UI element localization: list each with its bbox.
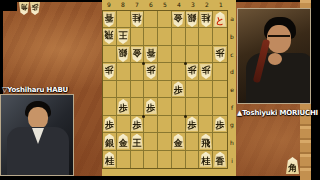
square-1d[interactable] — [213, 63, 227, 80]
square-8d[interactable] — [117, 63, 131, 80]
black-hand-tray: 角 — [286, 157, 299, 174]
square-1c[interactable]: 歩 — [213, 46, 227, 63]
square-4c[interactable] — [172, 46, 186, 63]
piece-white-角: 角 — [19, 2, 29, 15]
square-5i[interactable] — [158, 151, 172, 168]
square-3d[interactable]: 歩 — [186, 63, 200, 80]
square-1e[interactable] — [213, 81, 227, 98]
square-8a[interactable] — [117, 11, 131, 28]
piece-black-飛: 飛 — [200, 134, 212, 149]
square-6d[interactable]: 歩 — [144, 63, 158, 80]
square-8f[interactable]: 歩 — [117, 98, 131, 115]
piece-white-歩: 歩 — [200, 64, 212, 79]
piece-black-歩: 歩 — [186, 116, 198, 131]
square-9i[interactable]: 桂 — [103, 151, 117, 168]
broadcast-frame: 角歩 987654321 abcdefghi 香桂金銀桂と飛王銀金香歩歩歩歩歩歩… — [0, 0, 320, 180]
rank-label-e: e — [228, 81, 236, 99]
rank-label-g: g — [228, 116, 236, 134]
rank-label-h: h — [228, 134, 236, 152]
square-5h[interactable] — [158, 133, 172, 150]
square-5a[interactable] — [158, 11, 172, 28]
piece-white-飛: 飛 — [103, 29, 115, 44]
habu-face — [28, 107, 48, 129]
board-grid: 香桂金銀桂と飛王銀金香歩歩歩歩歩歩歩歩歩歩歩歩銀金王金飛桂桂香 — [102, 10, 228, 169]
white-hand-tray: 角歩 — [19, 2, 40, 15]
square-2a[interactable]: 桂 — [199, 11, 213, 28]
piece-black-歩: 歩 — [117, 99, 129, 114]
square-2e[interactable] — [199, 81, 213, 98]
frame-edge-bottom — [0, 176, 320, 180]
square-5c[interactable] — [158, 46, 172, 63]
rank-label-b: b — [228, 28, 236, 46]
piece-black-歩: 歩 — [145, 99, 157, 114]
piece-white-歩: 歩 — [214, 47, 226, 62]
square-8b[interactable]: 王 — [117, 28, 131, 45]
square-8g[interactable] — [117, 116, 131, 133]
square-9g[interactable]: 歩 — [103, 116, 117, 133]
hoshi-dot — [184, 62, 187, 65]
square-9e[interactable] — [103, 81, 117, 98]
rank-coordinates: abcdefghi — [228, 10, 236, 169]
square-5g[interactable] — [158, 116, 172, 133]
piece-white-銀: 銀 — [186, 12, 198, 27]
square-9d[interactable]: 歩 — [103, 63, 117, 80]
square-2f[interactable] — [199, 98, 213, 115]
file-label-4: 4 — [172, 0, 186, 10]
square-1h[interactable] — [213, 133, 227, 150]
piece-black-角: 角 — [286, 157, 299, 174]
piece-white-歩: 歩 — [145, 64, 157, 79]
square-1g[interactable]: 歩 — [213, 116, 227, 133]
square-4i[interactable] — [172, 151, 186, 168]
piece-white-金: 金 — [172, 12, 184, 27]
piece-white-王: 王 — [117, 29, 129, 44]
square-3i[interactable] — [186, 151, 200, 168]
square-3g[interactable]: 歩 — [186, 116, 200, 133]
square-7e[interactable] — [131, 81, 145, 98]
square-7f[interactable] — [131, 98, 145, 115]
square-2c[interactable] — [199, 46, 213, 63]
square-2h[interactable]: 飛 — [199, 133, 213, 150]
square-1i[interactable]: 香 — [213, 151, 227, 168]
piece-white-香: 香 — [103, 12, 115, 27]
square-6e[interactable] — [144, 81, 158, 98]
square-6c[interactable]: 香 — [144, 46, 158, 63]
square-8c[interactable]: 銀 — [117, 46, 131, 63]
piece-black-銀: 銀 — [103, 134, 115, 149]
piece-black-歩: 歩 — [131, 116, 143, 131]
file-coordinates: 987654321 — [102, 0, 228, 10]
frame-corner-topleft — [0, 0, 17, 11]
file-label-1: 1 — [214, 0, 228, 10]
square-7a[interactable]: 桂 — [131, 11, 145, 28]
piece-white-歩: 歩 — [103, 64, 115, 79]
square-8i[interactable] — [117, 151, 131, 168]
square-3a[interactable]: 銀 — [186, 11, 200, 28]
piece-white-銀: 銀 — [117, 47, 129, 62]
square-7c[interactable]: 金 — [131, 46, 145, 63]
square-1f[interactable] — [213, 98, 227, 115]
square-6h[interactable] — [144, 133, 158, 150]
square-4e[interactable]: 歩 — [172, 81, 186, 98]
hoshi-dot — [184, 115, 187, 118]
rank-label-c: c — [228, 45, 236, 63]
square-8h[interactable]: 金 — [117, 133, 131, 150]
right-player-name: ▲Toshiyuki MORIUCHI — [237, 109, 318, 117]
square-1b[interactable] — [213, 28, 227, 45]
shogi-board: 987654321 abcdefghi 香桂金銀桂と飛王銀金香歩歩歩歩歩歩歩歩歩… — [102, 0, 236, 176]
file-label-8: 8 — [116, 0, 130, 10]
square-3f[interactable] — [186, 98, 200, 115]
square-2d[interactable]: 歩 — [199, 63, 213, 80]
hoshi-dot — [142, 115, 145, 118]
piece-black-歩: 歩 — [172, 81, 184, 96]
habu-photo — [0, 94, 74, 176]
piece-white-桂: 桂 — [200, 12, 212, 27]
rank-label-i: i — [228, 151, 236, 169]
square-3c[interactable] — [186, 46, 200, 63]
square-9c[interactable] — [103, 46, 117, 63]
square-4h[interactable]: 金 — [172, 133, 186, 150]
piece-black-歩: 歩 — [214, 116, 226, 131]
square-2g[interactable] — [199, 116, 213, 133]
piece-black-金: 金 — [117, 134, 129, 149]
square-9b[interactable]: 飛 — [103, 28, 117, 45]
file-label-9: 9 — [102, 0, 116, 10]
square-4a[interactable]: 金 — [172, 11, 186, 28]
piece-white-金: 金 — [131, 47, 143, 62]
square-6a[interactable] — [144, 11, 158, 28]
file-label-5: 5 — [158, 0, 172, 10]
rank-label-d: d — [228, 63, 236, 81]
square-4g[interactable] — [172, 116, 186, 133]
square-7g[interactable]: 歩 — [131, 116, 145, 133]
piece-white-桂: 桂 — [131, 12, 143, 27]
square-5b[interactable] — [158, 28, 172, 45]
square-7i[interactable] — [131, 151, 145, 168]
file-label-3: 3 — [186, 0, 200, 10]
square-7b[interactable] — [131, 28, 145, 45]
square-4d[interactable] — [172, 63, 186, 80]
square-6i[interactable] — [144, 151, 158, 168]
square-2b[interactable] — [199, 28, 213, 45]
piece-white-歩: 歩 — [30, 2, 40, 15]
frame-edge-right — [311, 0, 320, 180]
square-6g[interactable] — [144, 116, 158, 133]
square-4f[interactable] — [172, 98, 186, 115]
left-player-name: ▽Yoshiharu HABU — [2, 86, 68, 94]
square-3h[interactable] — [186, 133, 200, 150]
square-6b[interactable] — [144, 28, 158, 45]
piece-black-桂: 桂 — [200, 152, 212, 167]
moriuchi-glasses-icon — [268, 35, 290, 41]
square-9h[interactable]: 銀 — [103, 133, 117, 150]
square-8e[interactable] — [117, 81, 131, 98]
square-1a[interactable]: と — [213, 11, 227, 28]
square-9a[interactable]: 香 — [103, 11, 117, 28]
piece-white-歩: 歩 — [186, 64, 198, 79]
square-3e[interactable] — [186, 81, 200, 98]
square-7d[interactable] — [131, 63, 145, 80]
rank-label-a: a — [228, 10, 236, 28]
piece-black-桂: 桂 — [103, 152, 115, 167]
square-5d[interactable] — [158, 63, 172, 80]
square-9f[interactable] — [103, 98, 117, 115]
piece-black-金: 金 — [172, 134, 184, 149]
hoshi-dot — [142, 62, 145, 65]
piece-black-王: 王 — [131, 134, 143, 149]
square-3b[interactable] — [186, 28, 200, 45]
file-label-2: 2 — [200, 0, 214, 10]
piece-black-と: と — [214, 12, 226, 27]
moriuchi-photo — [237, 8, 311, 104]
file-label-6: 6 — [144, 0, 158, 10]
piece-black-歩: 歩 — [103, 116, 115, 131]
rank-label-f: f — [228, 98, 236, 116]
piece-black-香: 香 — [214, 152, 226, 167]
square-5e[interactable] — [158, 81, 172, 98]
square-6f[interactable]: 歩 — [144, 98, 158, 115]
square-7h[interactable]: 王 — [131, 133, 145, 150]
square-2i[interactable]: 桂 — [199, 151, 213, 168]
square-5f[interactable] — [158, 98, 172, 115]
piece-white-香: 香 — [145, 47, 157, 62]
moriuchi-hand — [268, 53, 282, 65]
square-4b[interactable] — [172, 28, 186, 45]
file-label-7: 7 — [130, 0, 144, 10]
